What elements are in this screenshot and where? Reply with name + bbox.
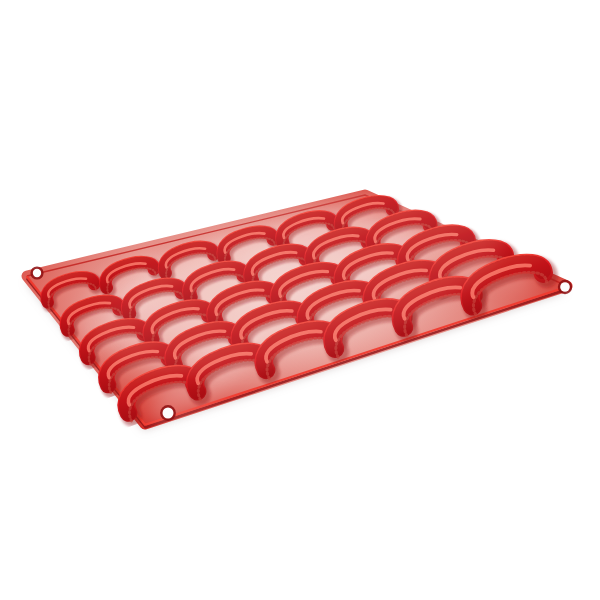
left-corner-hole (30, 266, 43, 279)
bottom-corner-hole (160, 405, 176, 421)
product-photo (0, 0, 600, 600)
right-corner-hole (558, 280, 572, 294)
silicone-crescent-mold (0, 0, 600, 600)
